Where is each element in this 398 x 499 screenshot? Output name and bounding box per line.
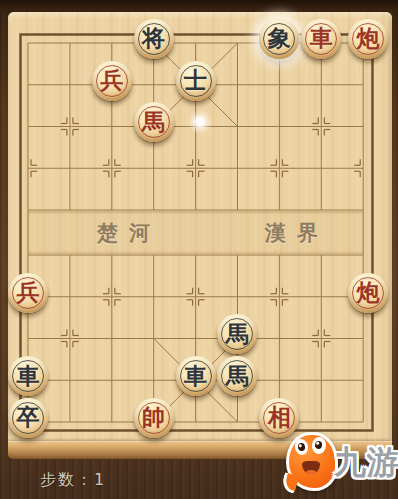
top-bar [0, 0, 398, 11]
xiangqi-board[interactable]: 将象車炮兵士馬兵炮馬車車馬卒帥相 [7, 22, 384, 443]
piece-glyph: 象 [268, 26, 291, 49]
9game-logo[interactable]: 九游 [282, 428, 398, 490]
piece-red-soldier[interactable]: 兵 [92, 61, 132, 101]
piece-glyph: 車 [184, 364, 207, 387]
piece-black-elephant[interactable]: 象 [259, 19, 299, 59]
piece-black-chariot[interactable]: 車 [176, 356, 216, 396]
piece-glyph: 兵 [100, 68, 123, 91]
piece-glyph: 将 [142, 26, 165, 49]
piece-black-chariot[interactable]: 車 [8, 356, 48, 396]
mascot-right-eye-icon [311, 436, 327, 454]
piece-glyph: 相 [268, 405, 291, 428]
piece-glyph: 馬 [226, 322, 249, 345]
piece-glyph: 炮 [357, 26, 380, 49]
piece-red-cannon[interactable]: 炮 [348, 273, 388, 313]
piece-black-general[interactable]: 将 [134, 19, 174, 59]
piece-glyph: 車 [16, 364, 39, 387]
piece-red-cannon[interactable]: 炮 [348, 19, 388, 59]
piece-black-soldier[interactable]: 卒 [8, 398, 48, 438]
move-counter: 步数：1 [40, 470, 106, 491]
9game-logo-text: 九游 [334, 441, 398, 485]
piece-black-horse[interactable]: 馬 [217, 356, 257, 396]
piece-glyph: 炮 [357, 280, 380, 303]
piece-glyph: 車 [310, 26, 333, 49]
app-screen: 楚河 漢界 将象車炮兵士馬兵炮馬車車馬卒帥相 步数：1 九游 [0, 0, 398, 499]
9game-mascot-icon [286, 432, 338, 491]
piece-glyph: 士 [184, 68, 207, 91]
piece-glyph: 馬 [142, 110, 165, 133]
piece-red-horse[interactable]: 馬 [134, 102, 174, 142]
piece-red-general[interactable]: 帥 [134, 398, 174, 438]
piece-glyph: 卒 [16, 405, 39, 428]
mascot-left-eye-icon [294, 438, 310, 456]
piece-black-horse[interactable]: 馬 [217, 314, 257, 354]
piece-glyph: 馬 [226, 364, 249, 387]
piece-glyph: 兵 [16, 280, 39, 303]
piece-black-advisor[interactable]: 士 [176, 61, 216, 101]
piece-red-chariot[interactable]: 車 [301, 19, 341, 59]
piece-red-soldier[interactable]: 兵 [8, 273, 48, 313]
mascot-mouth-icon [302, 461, 320, 474]
piece-glyph: 帥 [142, 405, 165, 428]
